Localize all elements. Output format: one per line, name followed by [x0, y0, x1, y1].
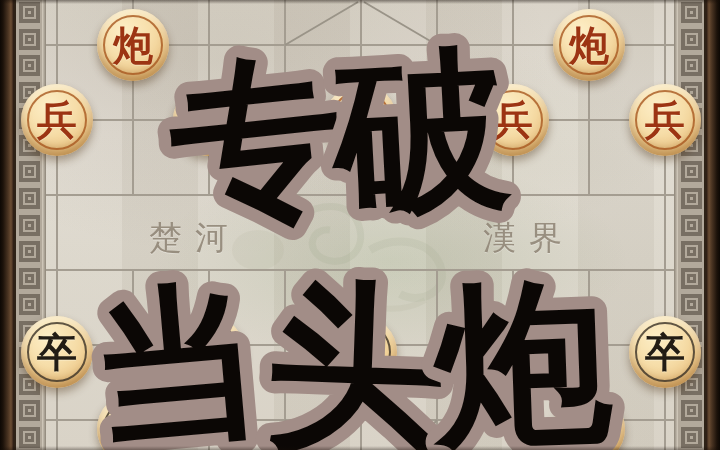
piece-character: 包 [113, 409, 153, 449]
piece-black-soldier[interactable]: 卒 [21, 316, 93, 388]
piece-character: 卒 [493, 332, 533, 372]
piece-character: 卒 [189, 332, 229, 372]
piece-black-cannon[interactable]: 包 [97, 393, 169, 450]
piece-red-soldier[interactable]: 兵 [629, 84, 701, 156]
pieces-layer[interactable]: 炮炮兵兵兵兵兵卒卒卒卒卒包包 [0, 0, 720, 450]
piece-black-soldier[interactable]: 卒 [173, 316, 245, 388]
piece-character: 炮 [113, 25, 153, 65]
piece-black-soldier[interactable]: 卒 [629, 316, 701, 388]
piece-character: 卒 [645, 332, 685, 372]
piece-character: 兵 [37, 100, 77, 140]
piece-character: 兵 [189, 100, 229, 140]
piece-red-soldier[interactable]: 兵 [325, 84, 397, 156]
piece-character: 兵 [645, 100, 685, 140]
piece-character: 卒 [37, 332, 77, 372]
piece-red-soldier[interactable]: 兵 [21, 84, 93, 156]
piece-character: 包 [569, 409, 609, 449]
piece-black-soldier[interactable]: 卒 [325, 316, 397, 388]
piece-black-cannon[interactable]: 包 [553, 393, 625, 450]
piece-red-cannon[interactable]: 炮 [97, 9, 169, 81]
piece-red-cannon[interactable]: 炮 [553, 9, 625, 81]
piece-black-soldier[interactable]: 卒 [477, 316, 549, 388]
piece-character: 兵 [341, 100, 381, 140]
piece-character: 兵 [493, 100, 533, 140]
piece-character: 卒 [341, 332, 381, 372]
xiangqi-board-screen: 楚河 漢界 炮炮兵兵兵兵兵卒卒卒卒卒包包 专 破 当 头 炮 [0, 0, 720, 450]
piece-red-soldier[interactable]: 兵 [173, 84, 245, 156]
piece-character: 炮 [569, 25, 609, 65]
piece-red-soldier[interactable]: 兵 [477, 84, 549, 156]
